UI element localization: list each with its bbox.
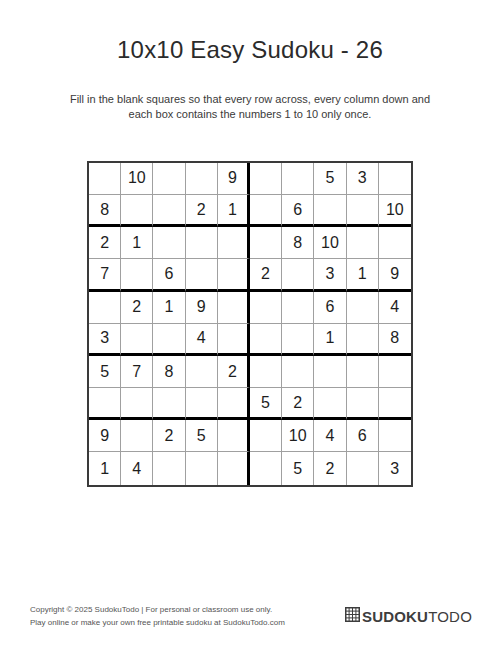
cell-r4c2[interactable] xyxy=(121,259,153,291)
cell-r9c5[interactable] xyxy=(218,420,250,452)
cell-r2c7: 6 xyxy=(282,195,314,227)
cell-r6c8: 1 xyxy=(314,324,346,356)
cell-r10c10: 3 xyxy=(379,452,411,484)
cell-r9c1: 9 xyxy=(89,420,121,452)
cell-r3c9[interactable] xyxy=(347,227,379,259)
cell-r10c2: 4 xyxy=(121,452,153,484)
logo-text-sudoku: SUDOKU xyxy=(362,608,428,625)
cell-r4c8: 3 xyxy=(314,259,346,291)
sudoku-page: 10x10 Easy Sudoku - 26 Fill in the blank… xyxy=(0,0,500,647)
cell-r10c5[interactable] xyxy=(218,452,250,484)
cell-r3c3[interactable] xyxy=(153,227,185,259)
cell-r3c6[interactable] xyxy=(250,227,282,259)
cell-r6c10: 8 xyxy=(379,324,411,356)
sudoku-grid: 1095382161021810762319219643418578252925… xyxy=(87,161,413,487)
cell-r9c4: 5 xyxy=(186,420,218,452)
cell-r2c1: 8 xyxy=(89,195,121,227)
cell-r4c3: 6 xyxy=(153,259,185,291)
cell-r2c5: 1 xyxy=(218,195,250,227)
cell-r4c6: 2 xyxy=(250,259,282,291)
cell-r7c1: 5 xyxy=(89,356,121,388)
cell-r5c5[interactable] xyxy=(218,292,250,324)
cell-r9c9: 6 xyxy=(347,420,379,452)
cell-r9c6[interactable] xyxy=(250,420,282,452)
cell-r8c7: 2 xyxy=(282,388,314,420)
cell-r3c8: 10 xyxy=(314,227,346,259)
cell-r1c5: 9 xyxy=(218,163,250,195)
cell-r3c4[interactable] xyxy=(186,227,218,259)
logo-text: SUDOKUTODO xyxy=(362,608,472,626)
cell-r3c10[interactable] xyxy=(379,227,411,259)
cell-r10c1: 1 xyxy=(89,452,121,484)
cell-r3c2: 1 xyxy=(121,227,153,259)
cell-r6c3[interactable] xyxy=(153,324,185,356)
cell-r6c9[interactable] xyxy=(347,324,379,356)
cell-r10c6[interactable] xyxy=(250,452,282,484)
cell-r5c2: 2 xyxy=(121,292,153,324)
cell-r8c4[interactable] xyxy=(186,388,218,420)
cell-r5c1[interactable] xyxy=(89,292,121,324)
cell-r2c8[interactable] xyxy=(314,195,346,227)
cell-r2c2[interactable] xyxy=(121,195,153,227)
instructions-line-1: Fill in the blank squares so that every … xyxy=(70,93,430,105)
cell-r4c7[interactable] xyxy=(282,259,314,291)
cell-r8c6: 5 xyxy=(250,388,282,420)
cell-r1c7[interactable] xyxy=(282,163,314,195)
cell-r7c8[interactable] xyxy=(314,356,346,388)
cell-r9c3: 2 xyxy=(153,420,185,452)
cell-r6c6[interactable] xyxy=(250,324,282,356)
cell-r8c1[interactable] xyxy=(89,388,121,420)
cell-r8c8[interactable] xyxy=(314,388,346,420)
cell-r5c9[interactable] xyxy=(347,292,379,324)
instructions: Fill in the blank squares so that every … xyxy=(40,92,460,123)
cell-r5c8: 6 xyxy=(314,292,346,324)
cell-r7c4[interactable] xyxy=(186,356,218,388)
grid-logo-icon xyxy=(345,607,360,626)
cell-r10c9[interactable] xyxy=(347,452,379,484)
cell-r8c9[interactable] xyxy=(347,388,379,420)
cell-r1c10[interactable] xyxy=(379,163,411,195)
cell-r5c4: 9 xyxy=(186,292,218,324)
cell-r1c6[interactable] xyxy=(250,163,282,195)
cell-r4c10: 9 xyxy=(379,259,411,291)
cell-r7c5: 2 xyxy=(218,356,250,388)
cell-r7c6[interactable] xyxy=(250,356,282,388)
cell-r1c2: 10 xyxy=(121,163,153,195)
cell-r4c1: 7 xyxy=(89,259,121,291)
cell-r9c10[interactable] xyxy=(379,420,411,452)
cell-r7c2: 7 xyxy=(121,356,153,388)
cell-r3c5[interactable] xyxy=(218,227,250,259)
cell-r9c8: 4 xyxy=(314,420,346,452)
cell-r4c5[interactable] xyxy=(218,259,250,291)
cell-r8c10[interactable] xyxy=(379,388,411,420)
cell-r5c3: 1 xyxy=(153,292,185,324)
cell-r6c5[interactable] xyxy=(218,324,250,356)
cell-r2c6[interactable] xyxy=(250,195,282,227)
cell-r1c1[interactable] xyxy=(89,163,121,195)
cell-r10c8: 2 xyxy=(314,452,346,484)
cell-r5c6[interactable] xyxy=(250,292,282,324)
cell-r1c9: 3 xyxy=(347,163,379,195)
cell-r8c2[interactable] xyxy=(121,388,153,420)
cell-r5c10: 4 xyxy=(379,292,411,324)
cell-r4c9: 1 xyxy=(347,259,379,291)
cell-r8c5[interactable] xyxy=(218,388,250,420)
cell-r7c9[interactable] xyxy=(347,356,379,388)
cell-r6c1: 3 xyxy=(89,324,121,356)
cell-r1c4[interactable] xyxy=(186,163,218,195)
cell-r2c10: 10 xyxy=(379,195,411,227)
cell-r6c2[interactable] xyxy=(121,324,153,356)
logo-text-todo: TODO xyxy=(428,608,472,625)
instructions-line-2: each box contains the numbers 1 to 10 on… xyxy=(129,108,372,120)
page-footer: Copyright © 2025 SudokuTodo | For person… xyxy=(30,604,472,629)
cell-r7c7[interactable] xyxy=(282,356,314,388)
cell-r9c7: 10 xyxy=(282,420,314,452)
cell-r2c4: 2 xyxy=(186,195,218,227)
cell-r1c8: 5 xyxy=(314,163,346,195)
cell-r3c7: 8 xyxy=(282,227,314,259)
cell-r4c4[interactable] xyxy=(186,259,218,291)
cell-r7c10[interactable] xyxy=(379,356,411,388)
cell-r2c9[interactable] xyxy=(347,195,379,227)
copyright-line-2: Play online or make your own free printa… xyxy=(30,617,285,629)
cell-r10c3[interactable] xyxy=(153,452,185,484)
cell-r3c1: 2 xyxy=(89,227,121,259)
copyright-line-1: Copyright © 2025 SudokuTodo | For person… xyxy=(30,604,285,616)
footer-copyright: Copyright © 2025 SudokuTodo | For person… xyxy=(30,604,285,629)
cell-r5c7[interactable] xyxy=(282,292,314,324)
cell-r8c3[interactable] xyxy=(153,388,185,420)
cell-r7c3: 8 xyxy=(153,356,185,388)
cell-r10c4[interactable] xyxy=(186,452,218,484)
cell-r2c3[interactable] xyxy=(153,195,185,227)
page-title: 10x10 Easy Sudoku - 26 xyxy=(0,0,500,64)
cell-r6c7[interactable] xyxy=(282,324,314,356)
cell-r1c3[interactable] xyxy=(153,163,185,195)
cell-r10c7: 5 xyxy=(282,452,314,484)
sudokutodo-logo: SUDOKUTODO xyxy=(345,607,472,626)
cell-r9c2[interactable] xyxy=(121,420,153,452)
cell-r6c4: 4 xyxy=(186,324,218,356)
